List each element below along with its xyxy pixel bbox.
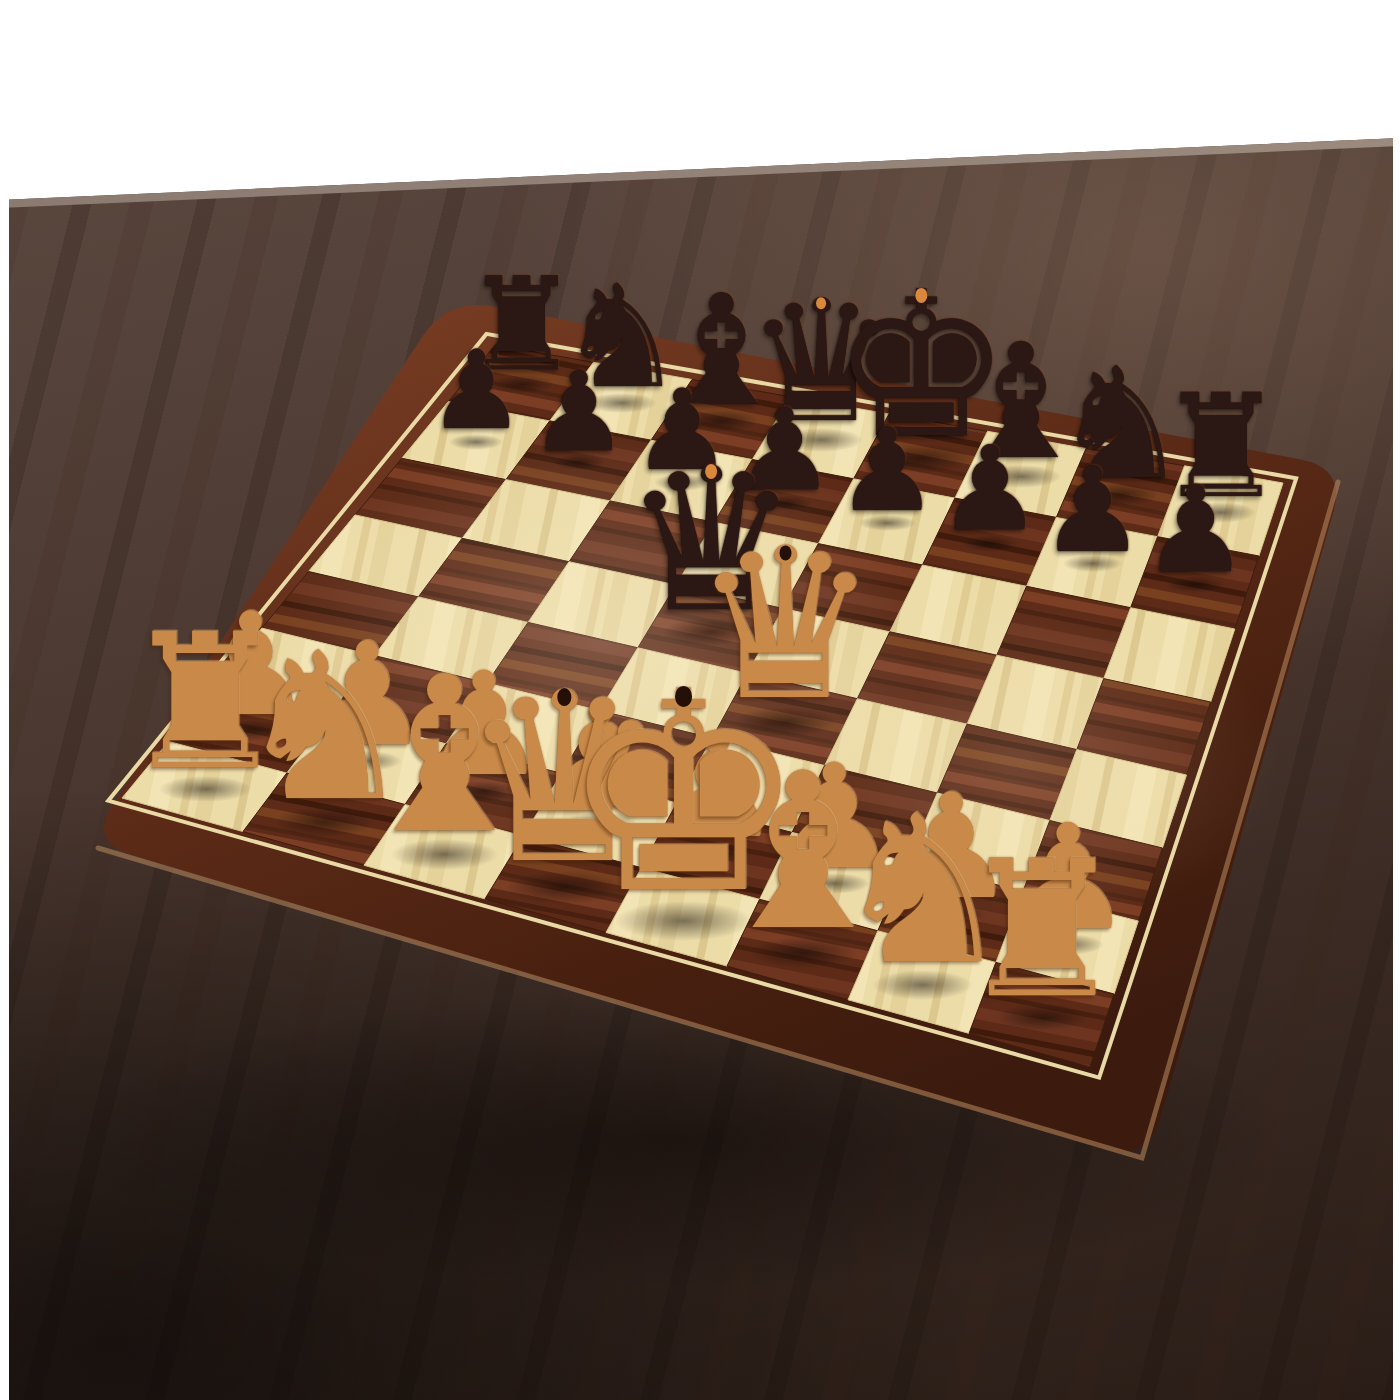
piece-black-king-e8: ♚	[825, 281, 1018, 466]
piece-white-rook-a1: ♜	[115, 624, 295, 796]
piece-white-pawn-g2: ♟	[882, 786, 1021, 919]
king-glyph: ♚	[560, 655, 808, 931]
piece-black-pawn-a7: ♟	[424, 346, 528, 446]
finial-orange-tip	[915, 288, 927, 303]
piece-shadow	[750, 937, 857, 968]
piece-white-pawn-h2: ♟	[998, 817, 1137, 951]
piece-shadow	[552, 454, 607, 470]
pawn-glyph: ♟	[303, 624, 431, 766]
rook-glyph: ♜	[958, 836, 1127, 1025]
piece-white-pawn-d2: ♟	[532, 696, 670, 828]
piece-shadow	[654, 474, 709, 490]
pawn-glyph: ♟	[886, 775, 1016, 920]
piece-shadow	[332, 751, 403, 772]
piece-shadow	[780, 428, 864, 452]
piece-black-rook-h8: ♜	[1152, 387, 1289, 519]
queen-glyph: ♛	[746, 278, 897, 447]
pawn-glyph: ♟	[530, 356, 629, 466]
piece-white-pawn-f2: ♟	[765, 756, 904, 889]
piece-shadow	[662, 618, 760, 646]
piece-shadow	[961, 535, 1019, 552]
piece-shadow	[448, 781, 519, 802]
piece-shadow	[565, 812, 636, 833]
pawn-glyph: ♟	[770, 745, 899, 889]
bishop-glyph: ♝	[653, 275, 789, 427]
bishop-glyph: ♝	[706, 745, 899, 961]
knight-glyph: ♞	[831, 788, 1015, 993]
piece-black-pawn-d7: ♟	[730, 403, 839, 507]
pawn-glyph: ♟	[653, 715, 782, 859]
piece-shadow	[615, 901, 752, 941]
piece-shadow	[506, 871, 622, 905]
piece-shadow	[586, 393, 657, 413]
piece-white-queen-e4: ♛	[685, 538, 885, 730]
photo-scene: ♜♞♝♛♚♝♞♜♟♟♟♟♟♟♟♟♛♛♟♟♟♟♟♟♟♟♜♞♝♛♚♝♞♜	[0, 0, 1400, 1400]
piece-shadow	[490, 375, 554, 394]
piece-shadow	[159, 776, 252, 803]
piece-shadow	[915, 904, 987, 925]
piece-white-king-e1: ♚	[551, 677, 816, 931]
piece-black-rook-a8: ♜	[460, 271, 583, 389]
piece-black-queen-d5: ♛	[616, 458, 806, 640]
piece-shadow	[684, 410, 760, 432]
piece-shadow	[682, 843, 753, 864]
piece-black-pawn-g7: ♟	[1036, 460, 1149, 569]
queen-glyph: ♛	[692, 522, 879, 731]
piece-shadow	[274, 807, 375, 836]
piece-shadow	[982, 465, 1061, 488]
piece-shadow	[449, 434, 503, 450]
knight-glyph: ♞	[233, 626, 416, 830]
piece-white-bishop-c1: ♝	[341, 665, 547, 863]
piece-white-queen-d1: ♛	[451, 681, 676, 897]
bishop-glyph: ♝	[348, 648, 541, 863]
piece-white-rook-h1: ♜	[952, 851, 1133, 1024]
piece-white-pawn-c2: ♟	[415, 666, 552, 797]
piece-shadow	[798, 873, 870, 894]
piece-black-pawn-b7: ♟	[526, 365, 632, 466]
piece-white-bishop-f1: ♝	[700, 762, 907, 961]
pawn-glyph: ♟	[938, 432, 1042, 548]
piece-white-pawn-e2: ♟	[648, 726, 786, 858]
piece-shadow	[1083, 483, 1159, 505]
piece-shadow	[215, 720, 285, 740]
knight-glyph: ♞	[558, 266, 685, 408]
piece-black-queen-d8: ♛	[740, 292, 902, 447]
piece-black-knight-b8: ♞	[553, 278, 689, 409]
queen-glyph: ♛	[459, 662, 669, 897]
piece-shadow	[996, 1004, 1090, 1031]
piece-shadow	[1185, 502, 1256, 523]
finial-dark-tip	[675, 686, 692, 707]
piece-shadow	[756, 495, 812, 511]
rook-glyph: ♜	[464, 261, 579, 390]
piece-black-pawn-h7: ♟	[1138, 479, 1253, 589]
pawn-glyph: ♟	[187, 594, 314, 736]
knight-glyph: ♞	[1052, 347, 1190, 501]
pawn-glyph: ♟	[1142, 469, 1249, 589]
piece-white-pawn-b2: ♟	[299, 636, 436, 767]
piece-shadow	[859, 515, 916, 532]
finial-orange-tip	[705, 464, 717, 479]
piece-black-pawn-f7: ♟	[934, 441, 1046, 548]
king-glyph: ♚	[831, 265, 1012, 466]
piece-shadow	[391, 839, 498, 870]
pawn-glyph: ♟	[1040, 451, 1146, 569]
pawn-glyph: ♟	[836, 413, 939, 528]
piece-shadow	[1032, 934, 1104, 955]
piece-black-bishop-c8: ♝	[648, 287, 794, 427]
piece-shadow	[872, 970, 974, 1000]
piece-shadow	[871, 444, 971, 473]
pawn-glyph: ♟	[428, 337, 526, 446]
rook-glyph: ♜	[121, 609, 289, 796]
piece-white-knight-g1: ♞	[824, 804, 1021, 993]
finial-orange-tip	[816, 297, 826, 310]
piece-black-pawn-c7: ♟	[628, 384, 735, 487]
piece-black-knight-g8: ♞	[1047, 359, 1194, 500]
piece-black-bishop-f8: ♝	[945, 336, 1098, 483]
pieces-layer: ♜♞♝♛♚♝♞♜♟♟♟♟♟♟♟♟♛♛♟♟♟♟♟♟♟♟♜♞♝♛♚♝♞♜	[0, 0, 1400, 1400]
finial-dark-tip	[779, 545, 792, 561]
piece-shadow	[1063, 555, 1122, 572]
piece-white-pawn-a2: ♟	[182, 606, 318, 737]
bishop-glyph: ♝	[950, 323, 1093, 482]
pawn-glyph: ♟	[420, 654, 548, 797]
finial-dark-tip	[557, 688, 571, 706]
queen-glyph: ♛	[622, 442, 799, 640]
pawn-glyph: ♟	[734, 394, 836, 507]
pawn-glyph: ♟	[632, 375, 732, 487]
pawn-glyph: ♟	[536, 685, 665, 828]
piece-black-pawn-e7: ♟	[832, 422, 942, 528]
piece-shadow	[1166, 576, 1225, 593]
pawn-glyph: ♟	[1003, 805, 1133, 950]
rook-glyph: ♜	[1157, 375, 1285, 518]
piece-white-knight-b1: ♞	[227, 642, 423, 830]
piece-shadow	[734, 707, 838, 737]
